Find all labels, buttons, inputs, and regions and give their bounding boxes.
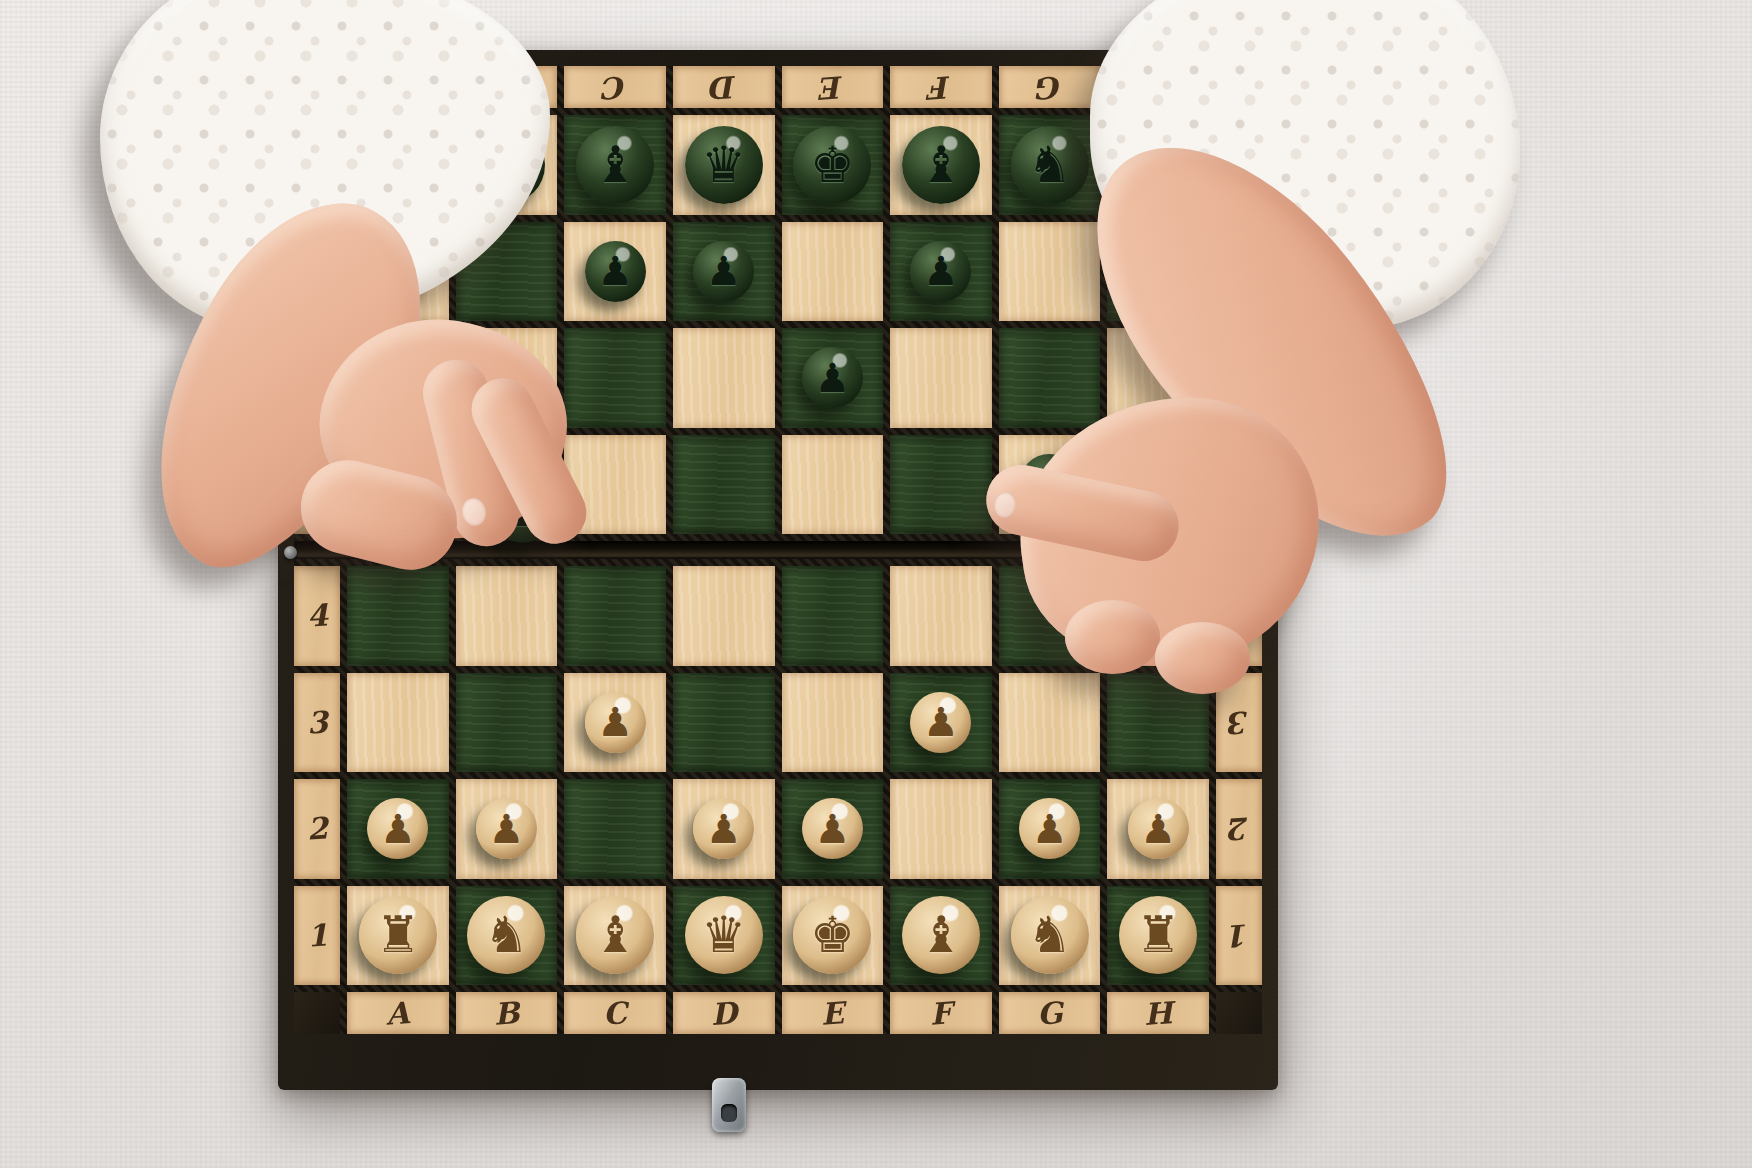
square-d2[interactable]: ♟	[673, 779, 775, 879]
piece-glyph: ♝	[919, 140, 964, 190]
piece-glyph: ♝	[919, 910, 964, 960]
rank-label-left-2: 2	[294, 779, 340, 879]
piece-glyph: ♚	[810, 140, 855, 190]
square-c3[interactable]: ♟	[564, 673, 666, 773]
square-b4[interactable]	[456, 566, 558, 666]
square-g4[interactable]	[999, 566, 1101, 666]
white-pawn-c3[interactable]: ♟	[564, 673, 666, 773]
square-e8[interactable]: ♚	[782, 115, 884, 215]
white-rook-h1[interactable]: ♜	[1107, 886, 1209, 986]
square-b6[interactable]	[456, 328, 558, 428]
square-a6[interactable]	[347, 328, 449, 428]
square-g6[interactable]	[999, 328, 1101, 428]
file-label-bottom-c-text: C	[602, 995, 628, 1032]
white-pawn-e2[interactable]: ♟	[782, 779, 884, 879]
black-pawn-f7[interactable]: ♟	[890, 222, 992, 322]
square-a1[interactable]: ♜	[347, 886, 449, 986]
file-label-top-a: A	[347, 66, 449, 108]
square-h6[interactable]	[1107, 328, 1209, 428]
rank-label-left-6: 6	[294, 328, 340, 428]
file-label-bottom-e: E	[782, 992, 884, 1034]
board-fold-hinge	[294, 541, 1262, 559]
square-f1[interactable]: ♝	[890, 886, 992, 986]
white-knight-g1[interactable]: ♞	[999, 886, 1101, 986]
corner-bottom-left	[294, 992, 340, 1034]
square-d7[interactable]: ♟	[673, 222, 775, 322]
square-f3[interactable]: ♟	[890, 673, 992, 773]
left-hinge-pin	[284, 546, 297, 559]
white-pawn-f3[interactable]: ♟	[890, 673, 992, 773]
piece-glyph: ♛	[701, 140, 746, 190]
black-pawn-d7[interactable]: ♟	[673, 222, 775, 322]
piece-glyph: ♟	[1140, 809, 1176, 849]
file-label-bottom-f-text: F	[929, 995, 953, 1031]
square-h4[interactable]	[1107, 566, 1209, 666]
file-label-bottom-g-text: G	[1036, 995, 1064, 1032]
rank-label-right-4: 4	[1216, 566, 1262, 666]
metal-clasp	[712, 1078, 746, 1132]
square-e2[interactable]: ♟	[782, 779, 884, 879]
square-h3[interactable]	[1107, 673, 1209, 773]
file-label-top-h-text: H	[1143, 69, 1174, 106]
square-h5[interactable]	[1107, 435, 1209, 535]
piece-glyph: ♟	[923, 251, 959, 291]
file-label-top-c: C	[564, 66, 666, 108]
square-e5[interactable]	[782, 435, 884, 535]
file-label-top-b: B	[456, 66, 558, 108]
square-h8[interactable]: ♜	[1107, 115, 1209, 215]
square-f8[interactable]: ♝	[890, 115, 992, 215]
file-label-bottom-g: G	[999, 992, 1101, 1034]
file-label-top-c-text: C	[602, 69, 628, 106]
rank-label-right-1-text: 1	[1227, 917, 1250, 953]
square-b3[interactable]	[456, 673, 558, 773]
piece-glyph: ♚	[810, 910, 855, 960]
square-e7[interactable]	[782, 222, 884, 322]
right-hinge-pin	[1262, 546, 1275, 559]
rank-label-right-6-text: 6	[1227, 360, 1250, 396]
square-c5[interactable]	[564, 435, 666, 535]
rank-label-left-7: 7	[294, 222, 340, 322]
square-d6[interactable]	[673, 328, 775, 428]
file-label-bottom-f: F	[890, 992, 992, 1034]
square-d1[interactable]: ♛	[673, 886, 775, 986]
square-f5[interactable]	[890, 435, 992, 535]
square-b1[interactable]: ♞	[456, 886, 558, 986]
corner-top-left	[294, 66, 340, 108]
square-a2[interactable]: ♟	[347, 779, 449, 879]
piece-glyph: ♟	[1032, 464, 1068, 504]
white-knight-b1[interactable]: ♞	[456, 886, 558, 986]
black-pawn-c7[interactable]: ♟	[564, 222, 666, 322]
black-bishop-c8[interactable]: ♝	[564, 115, 666, 215]
rank-label-left-1: 1	[294, 886, 340, 986]
file-label-top-e: E	[782, 66, 884, 108]
piece-glyph: ♟	[489, 809, 525, 849]
black-knight-g8[interactable]: ♞	[999, 115, 1101, 215]
rank-label-left-3: 3	[294, 673, 340, 773]
square-e4[interactable]	[782, 566, 884, 666]
rank-label-left-5-text: 5	[305, 466, 328, 502]
rank-label-right-3-text: 3	[1227, 704, 1250, 740]
square-g7[interactable]	[999, 222, 1101, 322]
file-label-top-a-text: A	[385, 69, 411, 106]
square-f6[interactable]	[890, 328, 992, 428]
piece-glyph: ♞	[484, 910, 529, 960]
square-a7[interactable]: ♟	[347, 222, 449, 322]
square-c6[interactable]	[564, 328, 666, 428]
square-h2[interactable]: ♟	[1107, 779, 1209, 879]
square-a3[interactable]	[347, 673, 449, 773]
file-label-top-d-text: D	[709, 69, 737, 106]
file-label-top-g: G	[999, 66, 1101, 108]
rank-label-left-8-text: 8	[305, 147, 328, 183]
rank-label-right-5: 5	[1216, 435, 1262, 535]
rank-label-left-8: 8	[294, 115, 340, 215]
board-grid: ABCDEFGH8♜♞♝♛♚♝♞♜87♟♟♟♟♟76♟65♟♟5443♟♟32♟…	[294, 66, 1262, 1034]
rank-label-right-7-text: 7	[1227, 253, 1250, 289]
white-queen-d1[interactable]: ♛	[673, 886, 775, 986]
white-pawn-a2[interactable]: ♟	[347, 779, 449, 879]
file-label-bottom-d: D	[673, 992, 775, 1034]
file-label-bottom-e-text: E	[820, 995, 845, 1032]
piece-glyph: ♞	[1027, 910, 1072, 960]
piece-glyph: ♛	[701, 910, 746, 960]
white-king-e1[interactable]: ♚	[782, 886, 884, 986]
square-f4[interactable]	[890, 566, 992, 666]
black-pawn-a7[interactable]: ♟	[347, 222, 449, 322]
rank-label-right-2: 2	[1216, 779, 1262, 879]
file-label-bottom-d-text: D	[709, 995, 737, 1032]
black-rook-a8[interactable]: ♜	[347, 115, 449, 215]
square-a5[interactable]	[347, 435, 449, 535]
rank-label-right-4-text: 4	[1227, 598, 1250, 634]
square-c8[interactable]: ♝	[564, 115, 666, 215]
piece-glyph: ♝	[593, 140, 638, 190]
rank-label-left-6-text: 6	[305, 360, 328, 396]
square-e6[interactable]: ♟	[782, 328, 884, 428]
square-g3[interactable]	[999, 673, 1101, 773]
square-h1[interactable]: ♜	[1107, 886, 1209, 986]
white-rook-a1[interactable]: ♜	[347, 886, 449, 986]
rank-label-left-7-text: 7	[305, 253, 328, 289]
file-label-top-e-text: E	[820, 69, 845, 106]
rank-label-right-5-text: 5	[1227, 466, 1250, 502]
piece-glyph: ♟	[597, 251, 633, 291]
square-b2[interactable]: ♟	[456, 779, 558, 879]
corner-top-right	[1216, 66, 1262, 108]
square-d5[interactable]	[673, 435, 775, 535]
square-g1[interactable]: ♞	[999, 886, 1101, 986]
square-g5[interactable]: ♟	[999, 435, 1101, 535]
file-label-top-f: F	[890, 66, 992, 108]
piece-glyph: ♟	[1140, 251, 1176, 291]
piece-glyph: ♜	[375, 910, 420, 960]
piece-glyph: ♟	[814, 358, 850, 398]
corner-bottom-right	[1216, 992, 1262, 1034]
piece-glyph: ♟	[923, 702, 959, 742]
square-b5[interactable]: ♟	[456, 435, 558, 535]
rank-label-right-2-text: 2	[1227, 811, 1250, 847]
file-label-bottom-b-text: B	[493, 995, 521, 1032]
file-label-top-g-text: G	[1036, 69, 1064, 106]
piece-glyph: ♟	[503, 489, 541, 531]
white-bishop-c1[interactable]: ♝	[564, 886, 666, 986]
black-pawn-e6[interactable]: ♟	[782, 328, 884, 428]
square-e1[interactable]: ♚	[782, 886, 884, 986]
black-pawn-g5[interactable]: ♟	[999, 435, 1101, 535]
file-label-bottom-b: B	[456, 992, 558, 1034]
rank-label-right-3: 3	[1216, 673, 1262, 773]
black-bishop-f8[interactable]: ♝	[890, 115, 992, 215]
rank-label-left-4: 4	[294, 566, 340, 666]
black-rook-h8[interactable]: ♜	[1107, 115, 1209, 215]
file-label-top-h: H	[1107, 66, 1209, 108]
white-bishop-f1[interactable]: ♝	[890, 886, 992, 986]
piece-glyph: ♟	[597, 702, 633, 742]
piece-glyph: ♟	[1032, 809, 1068, 849]
square-b8[interactable]: ♞	[456, 115, 558, 215]
file-label-top-f-text: F	[929, 69, 953, 105]
square-f2[interactable]	[890, 779, 992, 879]
square-h7[interactable]: ♟	[1107, 222, 1209, 322]
piece-glyph: ♟	[380, 251, 416, 291]
file-label-top-d: D	[673, 66, 775, 108]
square-f7[interactable]: ♟	[890, 222, 992, 322]
white-pawn-b2[interactable]: ♟	[456, 779, 558, 879]
rank-label-left-4-text: 4	[305, 598, 328, 634]
rank-label-right-6: 6	[1216, 328, 1262, 428]
square-d4[interactable]	[673, 566, 775, 666]
square-c1[interactable]: ♝	[564, 886, 666, 986]
square-a4[interactable]	[347, 566, 449, 666]
white-pawn-d2[interactable]: ♟	[673, 779, 775, 879]
file-label-bottom-c: C	[564, 992, 666, 1034]
photo-scene: ABCDEFGH8♜♞♝♛♚♝♞♜87♟♟♟♟♟76♟65♟♟5443♟♟32♟…	[0, 0, 1752, 1168]
piece-glyph: ♟	[706, 809, 742, 849]
square-g2[interactable]: ♟	[999, 779, 1101, 879]
piece-glyph: ♝	[593, 910, 638, 960]
rank-label-left-5: 5	[294, 435, 340, 535]
black-king-e8[interactable]: ♚	[782, 115, 884, 215]
white-pawn-h2[interactable]: ♟	[1107, 779, 1209, 879]
rank-label-right-8-text: 8	[1227, 147, 1250, 183]
rank-label-right-8: 8	[1216, 115, 1262, 215]
square-c7[interactable]: ♟	[564, 222, 666, 322]
square-d3[interactable]	[673, 673, 775, 773]
rank-label-left-2-text: 2	[305, 811, 328, 847]
square-b7[interactable]	[456, 222, 558, 322]
square-g8[interactable]: ♞	[999, 115, 1101, 215]
piece-glyph: ♟	[814, 809, 850, 849]
piece-glyph: ♟	[380, 809, 416, 849]
rank-label-right-1: 1	[1216, 886, 1262, 986]
rank-label-left-3-text: 3	[305, 704, 328, 740]
file-label-bottom-a: A	[347, 992, 449, 1034]
square-c4[interactable]	[564, 566, 666, 666]
piece-glyph: ♟	[706, 251, 742, 291]
file-label-top-b-text: B	[493, 69, 521, 106]
piece-glyph: ♜	[1136, 910, 1181, 960]
square-c2[interactable]	[564, 779, 666, 879]
black-pawn-h7[interactable]: ♟	[1107, 222, 1209, 322]
rank-label-right-7: 7	[1216, 222, 1262, 322]
file-label-bottom-h: H	[1107, 992, 1209, 1034]
chess-board: ABCDEFGH8♜♞♝♛♚♝♞♜87♟♟♟♟♟76♟65♟♟5443♟♟32♟…	[278, 50, 1278, 1090]
square-d8[interactable]: ♛	[673, 115, 775, 215]
piece-glyph: ♜	[375, 140, 420, 190]
piece-glyph: ♞	[484, 140, 529, 190]
square-e3[interactable]	[782, 673, 884, 773]
file-label-bottom-h-text: H	[1143, 995, 1174, 1032]
black-knight-b8[interactable]: ♞	[456, 115, 558, 215]
piece-glyph: ♞	[1027, 140, 1072, 190]
file-label-bottom-a-text: A	[385, 995, 411, 1032]
rank-label-left-1-text: 1	[305, 917, 328, 953]
white-pawn-g2[interactable]: ♟	[999, 779, 1101, 879]
held-black-pawn-b5[interactable]: ♟	[469, 458, 577, 563]
black-queen-d8[interactable]: ♛	[673, 115, 775, 215]
square-a8[interactable]: ♜	[347, 115, 449, 215]
piece-glyph: ♜	[1136, 140, 1181, 190]
